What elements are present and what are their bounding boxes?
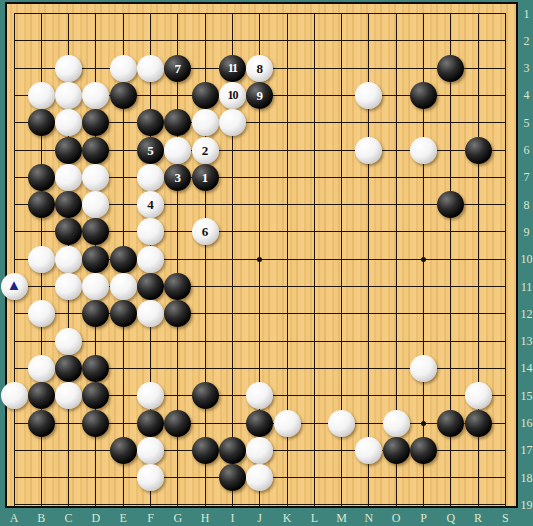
- black-stone: [219, 464, 246, 491]
- column-label: I: [222, 511, 242, 526]
- black-stone: 9: [246, 82, 273, 109]
- black-stone: [465, 410, 492, 437]
- column-label: Q: [441, 511, 461, 526]
- black-stone: [192, 437, 219, 464]
- column-label: S: [495, 511, 515, 526]
- move-number: 11: [228, 62, 237, 74]
- row-label: 10: [520, 252, 533, 267]
- row-label: 15: [520, 388, 533, 403]
- black-stone: [28, 191, 55, 218]
- white-stone: [192, 109, 219, 136]
- grid-line: [14, 13, 506, 14]
- black-stone: [437, 410, 464, 437]
- white-stone: [28, 300, 55, 327]
- star-point: [257, 257, 262, 262]
- go-board-diagram: 7118109523146▲ ABCDEFGHIJKLMNOPQRS123456…: [0, 0, 533, 526]
- move-number: 1: [202, 171, 209, 184]
- black-stone: [82, 410, 109, 437]
- row-label: 11: [520, 279, 533, 294]
- white-stone: [55, 273, 82, 300]
- black-stone: [55, 137, 82, 164]
- white-stone: [274, 410, 301, 437]
- black-stone: [410, 437, 437, 464]
- white-stone: [465, 382, 492, 409]
- black-stone: [465, 137, 492, 164]
- black-stone: [55, 191, 82, 218]
- black-stone: [164, 410, 191, 437]
- white-stone: [328, 410, 355, 437]
- row-label: 18: [520, 470, 533, 485]
- black-stone: [110, 246, 137, 273]
- row-label: 17: [520, 443, 533, 458]
- white-stone: [55, 328, 82, 355]
- column-label: N: [359, 511, 379, 526]
- black-stone: [82, 246, 109, 273]
- black-stone: [219, 437, 246, 464]
- move-number: 6: [202, 225, 209, 238]
- white-stone: [219, 109, 246, 136]
- move-number: 3: [175, 171, 182, 184]
- grid-line: [14, 14, 15, 506]
- black-stone: [28, 164, 55, 191]
- white-stone: [28, 355, 55, 382]
- column-label: E: [113, 511, 133, 526]
- move-number: 7: [175, 62, 182, 75]
- black-stone: [110, 300, 137, 327]
- grid-line: [14, 504, 506, 505]
- move-number: 10: [227, 89, 237, 101]
- white-stone: [28, 82, 55, 109]
- white-stone: [55, 164, 82, 191]
- white-stone: [137, 246, 164, 273]
- row-label: 7: [520, 170, 533, 185]
- white-stone: [383, 410, 410, 437]
- black-stone: [246, 410, 273, 437]
- grid-line: [314, 14, 315, 506]
- white-stone: ▲: [1, 273, 28, 300]
- white-stone: [410, 137, 437, 164]
- column-label: F: [141, 511, 161, 526]
- black-stone: [137, 410, 164, 437]
- move-number: 2: [202, 144, 209, 157]
- column-label: C: [59, 511, 79, 526]
- black-stone: [383, 437, 410, 464]
- black-stone: [192, 382, 219, 409]
- column-label: D: [86, 511, 106, 526]
- black-stone: [110, 82, 137, 109]
- column-label: H: [195, 511, 215, 526]
- column-label: L: [304, 511, 324, 526]
- white-stone: 4: [137, 191, 164, 218]
- white-stone: [410, 355, 437, 382]
- white-stone: [246, 437, 273, 464]
- black-stone: [137, 273, 164, 300]
- black-stone: 7: [164, 55, 191, 82]
- move-number: 9: [256, 89, 263, 102]
- white-stone: [137, 382, 164, 409]
- white-stone: [55, 55, 82, 82]
- white-stone: [355, 137, 382, 164]
- white-stone: [55, 246, 82, 273]
- white-stone: 2: [192, 137, 219, 164]
- column-label: R: [468, 511, 488, 526]
- star-point: [421, 257, 426, 262]
- black-stone: [82, 137, 109, 164]
- column-label: B: [31, 511, 51, 526]
- row-label: 1: [520, 6, 533, 21]
- white-stone: [28, 246, 55, 273]
- white-stone: [355, 437, 382, 464]
- black-stone: 3: [164, 164, 191, 191]
- white-stone: [55, 82, 82, 109]
- triangle-marker: ▲: [7, 278, 22, 293]
- white-stone: 6: [192, 218, 219, 245]
- white-stone: [110, 273, 137, 300]
- black-stone: [110, 437, 137, 464]
- row-label: 13: [520, 334, 533, 349]
- column-label: K: [277, 511, 297, 526]
- row-label: 6: [520, 143, 533, 158]
- column-label: G: [168, 511, 188, 526]
- row-label: 19: [520, 497, 533, 512]
- black-stone: [28, 382, 55, 409]
- white-stone: [137, 55, 164, 82]
- star-point: [421, 421, 426, 426]
- black-stone: [437, 55, 464, 82]
- column-label: A: [4, 511, 24, 526]
- black-stone: 5: [137, 137, 164, 164]
- black-stone: [55, 355, 82, 382]
- white-stone: [82, 164, 109, 191]
- white-stone: [137, 164, 164, 191]
- black-stone: 1: [192, 164, 219, 191]
- black-stone: [28, 410, 55, 437]
- column-label: M: [332, 511, 352, 526]
- white-stone: [110, 55, 137, 82]
- move-number: 4: [147, 198, 154, 211]
- white-stone: [164, 137, 191, 164]
- row-label: 5: [520, 115, 533, 130]
- black-stone: [192, 82, 219, 109]
- row-label: 8: [520, 197, 533, 212]
- black-stone: [137, 109, 164, 136]
- column-label: O: [386, 511, 406, 526]
- row-label: 2: [520, 33, 533, 48]
- grid-line: [14, 341, 506, 342]
- move-number: 5: [147, 144, 154, 157]
- white-stone: 10: [219, 82, 246, 109]
- row-label: 4: [520, 88, 533, 103]
- row-label: 12: [520, 306, 533, 321]
- row-label: 3: [520, 61, 533, 76]
- column-label: J: [250, 511, 270, 526]
- white-stone: [137, 437, 164, 464]
- row-label: 14: [520, 361, 533, 376]
- black-stone: [410, 82, 437, 109]
- black-stone: [28, 109, 55, 136]
- grid-line: [505, 14, 506, 506]
- row-label: 9: [520, 224, 533, 239]
- move-number: 8: [256, 62, 263, 75]
- column-label: P: [414, 511, 434, 526]
- white-stone: [1, 382, 28, 409]
- black-stone: 11: [219, 55, 246, 82]
- white-stone: 8: [246, 55, 273, 82]
- grid-line: [14, 40, 506, 41]
- white-stone: [137, 464, 164, 491]
- row-label: 16: [520, 416, 533, 431]
